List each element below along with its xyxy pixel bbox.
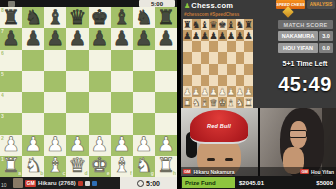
square-g7: ♟ [236,30,245,41]
square-e5[interactable] [89,71,111,92]
black-pawn: ♟ [113,28,131,48]
square-d5 [209,52,218,63]
white-king: ♚ [218,98,227,108]
square-h3[interactable] [155,113,177,134]
time-control-label: 5+1 Time Left [276,60,334,67]
square-c4[interactable] [44,92,66,113]
square-b7: ♟ [192,30,201,41]
square-b2[interactable]: ♟ [22,135,44,156]
bottom-player-avatar [13,178,23,188]
square-b6 [192,41,201,52]
square-d4 [209,64,218,75]
black-pawn: ♟ [91,28,109,48]
square-d5[interactable] [66,71,88,92]
square-c1: ♝ [201,97,210,108]
square-b8: ♞ [192,19,201,30]
square-a2: ♟ [183,86,192,97]
black-pawn: ♟ [157,28,175,48]
square-c3 [201,75,210,86]
bottom-player-bar: 10 GM Hikaru (2768) 5:00 [0,177,177,189]
webcam-player-name: Hikaru Nakamura [193,169,234,175]
match-score-row: HOU YIFAN 0.0 [278,43,333,53]
square-d3 [209,75,218,86]
webcam-strip: Red Bull GM Hikaru Nakamura GM Hou Yifan [181,108,336,176]
eye [207,158,215,161]
stream-overlay-panel: ♟ Chess.com #chesscom #SpeedChess SPEED … [181,0,336,189]
file-label: a [18,171,21,176]
square-a5[interactable]: 5 [0,71,22,92]
square-g5 [236,52,245,63]
black-bishop: ♝ [113,7,131,27]
clock-icon [137,180,144,187]
background-shadow [322,108,336,176]
hashtags-text: #chesscom #SpeedChess [184,12,239,17]
square-a3 [183,75,192,86]
file-label: e [107,171,110,176]
square-g1: ♞ [236,97,245,108]
square-b4 [192,64,201,75]
square-d3[interactable] [66,113,88,134]
square-h2[interactable]: ♟ [155,135,177,156]
square-b3[interactable] [22,113,44,134]
black-bishop: ♝ [201,20,210,30]
square-f6[interactable] [111,50,133,71]
square-c4 [201,64,210,75]
square-b7[interactable]: ♟ [22,28,44,49]
rank-label: 1 [1,157,4,162]
black-pawn: ♟ [46,28,64,48]
black-pawn: ♟ [209,31,218,41]
square-f3 [227,75,236,86]
white-pawn: ♟ [227,87,236,97]
square-g3 [236,75,245,86]
square-b4[interactable] [22,92,44,113]
square-d7[interactable]: ♟ [66,28,88,49]
live-board-section: 5:00 ♜8♞♝♛♚♝♞♜♟7♟♟♟♟♟♟♟6543♟2♟♟♟♟♟♟♟♜1a♞… [0,0,177,189]
white-pawn: ♟ [157,134,175,154]
square-h7: ♟ [244,30,253,41]
white-pawn: ♟ [209,87,218,97]
square-g3[interactable] [133,113,155,134]
white-pawn: ♟ [135,134,153,154]
square-g8: ♞ [236,19,245,30]
square-d8: ♛ [209,19,218,30]
square-g4 [236,64,245,75]
square-f8[interactable]: ♝ [111,7,133,28]
square-b5[interactable] [22,71,44,92]
rank-label: 7 [1,29,4,34]
webcam-player-name: Hou Yifan [311,169,334,175]
square-a6 [183,41,192,52]
black-pawn: ♟ [183,31,192,41]
white-knight: ♞ [236,98,245,108]
white-pawn: ♟ [68,134,86,154]
match-score-panel: MATCH SCORE NAKAMURA 3.0 HOU YIFAN 0.0 [278,20,333,55]
square-f4[interactable] [111,92,133,113]
black-rook: ♜ [157,7,175,27]
square-a3[interactable]: 3 [0,113,22,134]
square-c8: ♝ [201,19,210,30]
black-pawn: ♟ [236,31,245,41]
square-f5 [227,52,236,63]
square-e7: ♟ [218,30,227,41]
square-c5 [201,52,210,63]
square-e4 [218,64,227,75]
white-pawn: ♟ [236,87,245,97]
white-rook: ♜ [244,98,253,108]
black-pawn: ♟ [227,31,236,41]
square-a7: ♟ [183,30,192,41]
black-rook: ♜ [2,7,20,27]
square-f5[interactable] [111,71,133,92]
white-king: ♚ [91,155,109,175]
square-d7: ♟ [209,30,218,41]
square-f7[interactable]: ♟ [111,28,133,49]
square-b6[interactable] [22,50,44,71]
bottom-clock-value: 5:00 [146,180,160,187]
white-pawn: ♟ [192,87,201,97]
flag-icon [78,181,83,186]
square-d1: ♛ [209,97,218,108]
chesscom-logo: ♟ Chess.com [184,1,233,10]
square-e5 [218,52,227,63]
white-rook: ♜ [2,155,20,175]
square-b2: ♟ [192,86,201,97]
square-e8: ♚ [218,19,227,30]
square-f3[interactable] [111,113,133,134]
white-bishop: ♝ [201,98,210,108]
square-d8[interactable]: ♛ [66,7,88,28]
black-queen: ♛ [209,20,218,30]
black-bishop: ♝ [227,20,236,30]
square-a8: ♜ [183,19,192,30]
prize-fund-label: Prize Fund [182,177,235,188]
square-c1[interactable]: ♝c [44,156,66,177]
flair-icon [92,181,97,186]
black-knight: ♞ [192,20,201,30]
square-a5 [183,52,192,63]
square-a6[interactable]: 6 [0,50,22,71]
square-d2[interactable]: ♟ [66,135,88,156]
black-pawn: ♟ [24,28,42,48]
black-knight: ♞ [135,7,153,27]
logo-text: Chess.com [191,1,233,10]
webcam-name-label: GM Hou Yifan [260,167,336,176]
black-rook: ♜ [244,20,253,30]
square-h4 [244,64,253,75]
black-queen: ♛ [68,7,86,27]
square-f2[interactable]: ♟ [111,135,133,156]
black-king: ♚ [218,20,227,30]
square-f7: ♟ [227,30,236,41]
square-b8[interactable]: ♞ [22,7,44,28]
white-pawn: ♟ [24,134,42,154]
black-pawn: ♟ [218,31,227,41]
overlay-mini-board: ♜♞♝♛♚♝♞♜♟♟♟♟♟♟♟♟♟♟♟♟♟♟♟♟♜♞♝♛♚♝♞♜ [183,19,253,108]
square-c7: ♟ [201,30,210,41]
square-c6 [201,41,210,52]
pawn-logo-icon: ♟ [184,2,190,9]
rank-label: 6 [1,51,4,56]
square-a1: ♜ [183,97,192,108]
prize-current-amount: $2045.01 [239,180,264,186]
white-pawn: ♟ [113,134,131,154]
white-pawn: ♟ [91,134,109,154]
square-e4[interactable] [89,92,111,113]
black-pawn: ♟ [201,31,210,41]
gm-title-badge: GM [300,169,308,174]
square-h2: ♟ [244,86,253,97]
gm-title-badge: GM [25,180,36,187]
black-pawn: ♟ [244,31,253,41]
square-d1[interactable]: ♛d [66,156,88,177]
square-a8[interactable]: ♜8 [0,7,22,28]
bottom-player-name: Hikaru (2768) [38,180,76,186]
black-knight: ♞ [24,7,42,27]
square-h5 [244,52,253,63]
square-h6 [244,41,253,52]
square-g2: ♟ [236,86,245,97]
square-a2[interactable]: ♟2 [0,135,22,156]
square-c3[interactable] [44,113,66,134]
file-label: h [173,171,176,176]
glasses [289,130,307,138]
square-g4[interactable] [133,92,155,113]
square-e2[interactable]: ♟ [89,135,111,156]
square-f1[interactable]: ♝f [111,156,133,177]
square-c8[interactable]: ♝ [44,7,66,28]
square-e6 [218,41,227,52]
white-queen: ♛ [209,98,218,108]
square-c5[interactable] [44,71,66,92]
square-f2: ♟ [227,86,236,97]
square-h5[interactable] [155,71,177,92]
square-e1[interactable]: ♚e [89,156,111,177]
square-g2[interactable]: ♟ [133,135,155,156]
trophy-icon [85,181,90,186]
square-e3[interactable] [89,113,111,134]
square-g6[interactable] [133,50,155,71]
white-bishop: ♝ [46,155,64,175]
rank-label: 3 [1,114,4,119]
square-g6 [236,41,245,52]
file-label: g [151,171,154,176]
square-b1[interactable]: ♞b [22,156,44,177]
white-pawn: ♟ [46,134,64,154]
square-b1: ♞ [192,97,201,108]
bottom-player-clock: 5:00 [120,177,177,189]
score-nakamura: 3.0 [319,31,333,41]
square-g7[interactable]: ♟ [133,28,155,49]
square-c2[interactable]: ♟ [44,135,66,156]
black-bishop: ♝ [46,7,64,27]
segment-countdown-timer: 45:49 [276,73,334,96]
square-f8: ♝ [227,19,236,30]
player-name-nakamura: NAKAMURA [278,31,318,41]
file-label: c [63,171,66,176]
white-pawn: ♟ [201,87,210,97]
analysis-button[interactable]: ANALYSIS [307,0,335,9]
black-rook: ♜ [183,20,192,30]
match-score-row: NAKAMURA 3.0 [278,31,333,41]
black-pawn: ♟ [192,31,201,41]
match-score-header: MATCH SCORE [278,20,333,29]
square-a4 [183,64,192,75]
black-knight: ♞ [236,20,245,30]
chess-stream-screenshot: 5:00 ♜8♞♝♛♚♝♞♜♟7♟♟♟♟♟♟♟6543♟2♟♟♟♟♟♟♟♜1a♞… [0,0,336,189]
white-rook: ♜ [183,98,192,108]
webcam-hou-yifan: GM Hou Yifan [260,108,336,176]
white-bishop: ♝ [227,98,236,108]
square-g8[interactable]: ♞ [133,7,155,28]
square-h1: ♜ [244,97,253,108]
webcam-name-label: GM Hikaru Nakamura [181,167,258,176]
gm-title-badge: GM [183,169,191,174]
black-pawn: ♟ [2,28,20,48]
square-h7[interactable]: ♟ [155,28,177,49]
white-bishop: ♝ [113,155,131,175]
cap-text: Red Bull [190,123,248,129]
square-h8: ♜ [244,19,253,30]
square-a4[interactable]: 4 [0,92,22,113]
player-name-hou-yifan: HOU YIFAN [278,43,318,53]
square-h1[interactable]: ♜h [155,156,177,177]
square-h6[interactable] [155,50,177,71]
square-f6 [227,41,236,52]
square-d2: ♟ [209,86,218,97]
speed-chess-banner: SPEED CHESS [276,0,305,9]
rank-label: 8 [1,8,4,13]
prize-fund-bar: Prize Fund $2045.01 $5000 [181,176,336,189]
white-pawn: ♟ [183,87,192,97]
square-d6 [209,41,218,52]
square-e2: ♟ [218,86,227,97]
white-pawn: ♟ [218,87,227,97]
white-knight: ♞ [192,98,201,108]
square-f4 [227,64,236,75]
square-e6[interactable] [89,50,111,71]
file-label: f [130,171,132,176]
red-bull-cap: Red Bull [190,110,248,144]
square-f1: ♝ [227,97,236,108]
file-label: b [40,171,43,176]
square-h3 [244,75,253,86]
square-g5[interactable] [133,71,155,92]
black-pawn: ♟ [68,28,86,48]
square-a7[interactable]: ♟7 [0,28,22,49]
square-d6[interactable] [66,50,88,71]
square-b3 [192,75,201,86]
square-h4[interactable] [155,92,177,113]
square-e7[interactable]: ♟ [89,28,111,49]
main-chess-board[interactable]: ♜8♞♝♛♚♝♞♜♟7♟♟♟♟♟♟♟6543♟2♟♟♟♟♟♟♟♜1a♞b♝c♛d… [0,7,177,177]
square-g1[interactable]: ♞g [133,156,155,177]
rank-label: 5 [1,72,4,77]
rank-label: 4 [1,93,4,98]
prize-total-amount: $5000 [316,180,333,186]
square-c2: ♟ [201,86,210,97]
square-e1: ♚ [218,97,227,108]
score-hou-yifan: 0.0 [319,43,333,53]
webcam-nakamura: Red Bull GM Hikaru Nakamura [181,108,258,176]
black-pawn: ♟ [135,28,153,48]
square-a1[interactable]: ♜1a [0,156,22,177]
white-pawn: ♟ [244,87,253,97]
square-b5 [192,52,201,63]
corner-text: 10 [1,182,7,188]
black-king: ♚ [91,7,109,27]
file-label: d [84,171,87,176]
square-e8[interactable]: ♚ [89,7,111,28]
square-h8[interactable]: ♜ [155,7,177,28]
rank-label: 2 [1,136,4,141]
square-c7[interactable]: ♟ [44,28,66,49]
eye [225,158,233,161]
square-c6[interactable] [44,50,66,71]
square-d4[interactable] [66,92,88,113]
square-e3 [218,75,227,86]
white-pawn: ♟ [2,134,20,154]
